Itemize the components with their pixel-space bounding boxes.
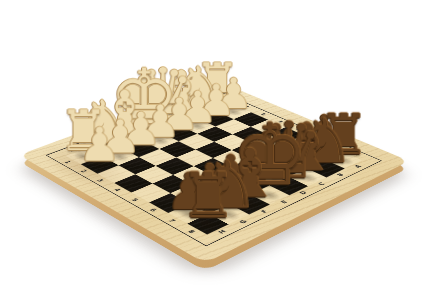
white-pawn-glyph: ♟ bbox=[49, 121, 150, 168]
chess-photo-scene: 12345678 12345678 ABCDEFGH ABCDEFGH ♜♟♟♜… bbox=[0, 0, 440, 301]
black-rook-glyph: ♜ bbox=[152, 165, 264, 228]
chess-board: 12345678 12345678 ABCDEFGH ABCDEFGH ♜♟♟♜… bbox=[19, 82, 409, 264]
board-top-surface: 12345678 12345678 ABCDEFGH ABCDEFGH ♜♟♟♜… bbox=[19, 82, 409, 264]
